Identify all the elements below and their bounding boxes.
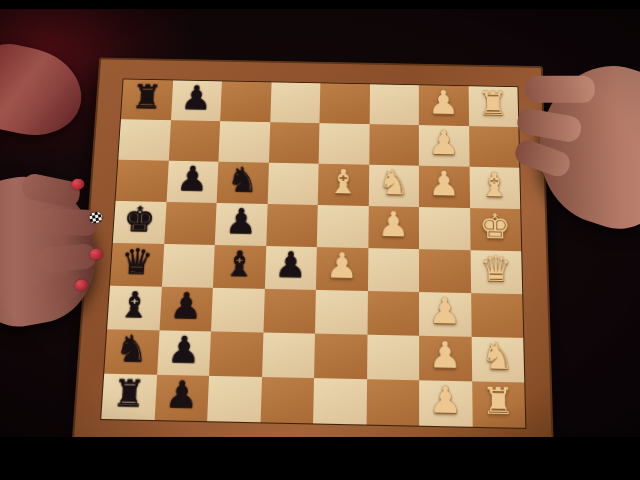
white-pawn-h2[interactable]: ♟: [428, 86, 459, 119]
square-h8[interactable]: ♜: [121, 79, 173, 120]
black-queen-d8[interactable]: ♛: [120, 244, 154, 280]
square-f2[interactable]: ♟: [419, 166, 470, 208]
left-hand-finger: [20, 172, 82, 209]
square-c6[interactable]: [211, 288, 264, 333]
square-d8[interactable]: ♛: [110, 243, 164, 287]
video-frame: ♜♟♟♜♟♟♞♝♞♟♝♚♟♟♚♛♝♟♟♛♝♟♟♞♟♟♞♜♟♟♜: [0, 0, 640, 480]
black-knight-f6[interactable]: ♞: [226, 163, 259, 197]
square-f4[interactable]: ♝: [318, 164, 369, 206]
square-a4[interactable]: [313, 378, 366, 424]
square-e7[interactable]: [164, 202, 217, 245]
square-a3[interactable]: [366, 379, 419, 425]
black-bishop-d6[interactable]: ♝: [223, 246, 256, 282]
square-c3[interactable]: [367, 291, 419, 336]
square-e5[interactable]: [266, 204, 318, 247]
black-rook-h8[interactable]: ♜: [131, 81, 164, 114]
square-d2[interactable]: [419, 249, 471, 293]
black-pawn-d5[interactable]: ♟: [274, 247, 307, 283]
letterbox-top: [0, 0, 640, 9]
square-e3[interactable]: ♟: [368, 206, 419, 249]
square-d1[interactable]: ♛: [470, 250, 522, 294]
square-a1[interactable]: ♜: [472, 381, 526, 428]
square-a6[interactable]: [207, 376, 261, 422]
square-e4[interactable]: [317, 205, 368, 248]
square-g5[interactable]: [268, 122, 319, 164]
black-pawn-h7[interactable]: ♟: [180, 81, 213, 114]
square-c8[interactable]: ♝: [107, 286, 161, 331]
square-g7[interactable]: [168, 120, 220, 162]
black-pawn-e6[interactable]: ♟: [225, 204, 258, 239]
square-f5[interactable]: [267, 163, 318, 205]
square-c4[interactable]: [315, 290, 367, 335]
white-queen-d1[interactable]: ♛: [480, 251, 513, 287]
black-knight-b8[interactable]: ♞: [114, 330, 149, 367]
white-rook-h1[interactable]: ♜: [477, 87, 509, 120]
square-c7[interactable]: ♟: [159, 287, 213, 332]
square-h1[interactable]: ♜: [468, 86, 518, 127]
white-knight-b1[interactable]: ♞: [481, 338, 514, 375]
square-a2[interactable]: ♟: [419, 380, 472, 427]
black-rook-a8[interactable]: ♜: [112, 375, 147, 413]
square-b4[interactable]: [314, 334, 367, 380]
square-h7[interactable]: ♟: [171, 80, 222, 121]
white-bishop-f4[interactable]: ♝: [327, 165, 359, 199]
white-bishop-f1[interactable]: ♝: [478, 168, 510, 202]
square-e8[interactable]: ♚: [113, 201, 166, 244]
black-pawn-b7[interactable]: ♟: [167, 332, 201, 369]
chess-board: ♜♟♟♜♟♟♞♝♞♟♝♚♟♟♚♛♝♟♟♛♝♟♟♞♟♟♞♜♟♟♜: [72, 58, 554, 454]
square-d3[interactable]: [367, 248, 419, 292]
square-b6[interactable]: [209, 331, 263, 377]
square-f1[interactable]: ♝: [469, 167, 520, 209]
square-h6[interactable]: [220, 81, 271, 122]
square-h4[interactable]: [319, 83, 369, 124]
square-a7[interactable]: ♟: [154, 375, 209, 421]
square-a8[interactable]: ♜: [101, 374, 156, 420]
square-b5[interactable]: [262, 333, 315, 379]
letterbox-bottom: [0, 437, 640, 480]
white-king-e1[interactable]: ♚: [479, 209, 511, 244]
square-g4[interactable]: [319, 123, 370, 165]
black-bishop-c8[interactable]: ♝: [117, 287, 152, 323]
square-f3[interactable]: ♞: [368, 165, 419, 207]
square-h5[interactable]: [270, 82, 321, 123]
square-f7[interactable]: ♟: [166, 161, 218, 203]
square-d5[interactable]: ♟: [264, 246, 316, 290]
black-king-e8[interactable]: ♚: [123, 202, 157, 237]
square-d6[interactable]: ♝: [213, 245, 266, 289]
white-knight-f3[interactable]: ♞: [378, 166, 410, 200]
square-e1[interactable]: ♚: [470, 208, 522, 251]
square-d7[interactable]: [161, 244, 214, 288]
square-g6[interactable]: [218, 121, 269, 163]
left-forearm: [0, 38, 90, 145]
square-b2[interactable]: ♟: [419, 336, 472, 382]
left-hand-finger: [29, 272, 84, 309]
white-pawn-d4[interactable]: ♟: [326, 248, 359, 284]
square-c2[interactable]: ♟: [419, 292, 471, 337]
square-g1[interactable]: [469, 126, 520, 168]
white-pawn-c2[interactable]: ♟: [429, 293, 462, 329]
square-g3[interactable]: [369, 124, 419, 166]
square-b8[interactable]: ♞: [104, 329, 159, 375]
square-f6[interactable]: ♞: [217, 162, 269, 204]
square-c1[interactable]: [471, 293, 524, 338]
square-e6[interactable]: ♟: [215, 203, 267, 246]
square-b7[interactable]: ♟: [157, 330, 211, 376]
square-g2[interactable]: ♟: [419, 125, 469, 167]
white-pawn-e3[interactable]: ♟: [377, 207, 409, 242]
white-rook-a1[interactable]: ♜: [482, 383, 516, 421]
square-f8[interactable]: [116, 160, 169, 202]
board-grid: ♜♟♟♜♟♟♞♝♞♟♝♚♟♟♚♛♝♟♟♛♝♟♟♞♟♟♞♜♟♟♜: [101, 79, 525, 428]
black-pawn-c7[interactable]: ♟: [169, 288, 203, 324]
square-c5[interactable]: [263, 289, 316, 334]
white-pawn-b2[interactable]: ♟: [429, 337, 462, 374]
red-nail: [70, 178, 85, 191]
square-h2[interactable]: ♟: [419, 85, 469, 126]
square-g8[interactable]: [118, 119, 170, 160]
square-h3[interactable]: [369, 84, 419, 125]
black-pawn-f7[interactable]: ♟: [176, 162, 209, 196]
white-pawn-f2[interactable]: ♟: [428, 167, 460, 201]
white-pawn-a2[interactable]: ♟: [429, 382, 462, 420]
square-d4[interactable]: ♟: [316, 247, 368, 291]
square-b1[interactable]: ♞: [471, 337, 524, 383]
square-a5[interactable]: [260, 377, 314, 423]
square-e2[interactable]: [419, 207, 470, 250]
black-pawn-a7[interactable]: ♟: [164, 376, 199, 414]
white-pawn-g2[interactable]: ♟: [428, 126, 460, 160]
square-b3[interactable]: [367, 335, 420, 381]
